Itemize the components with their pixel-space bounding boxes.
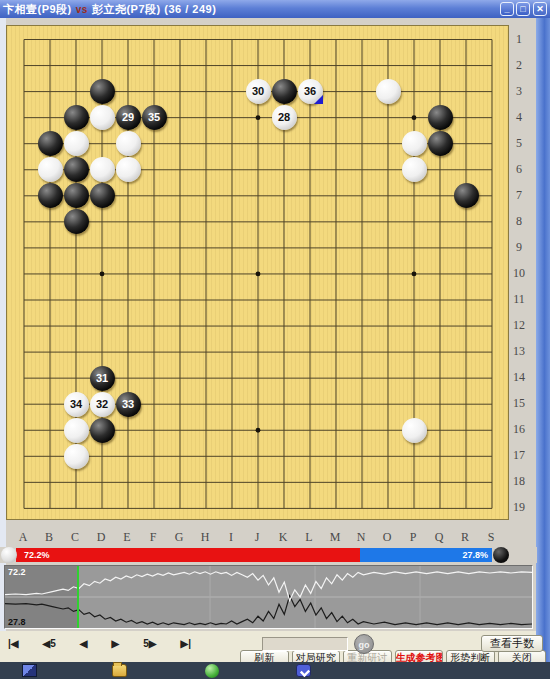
column-label-D: D bbox=[92, 530, 110, 545]
nav-back5-button[interactable]: ◀5 bbox=[43, 637, 56, 651]
row-label-11: 11 bbox=[510, 292, 528, 307]
column-label-N: N bbox=[352, 530, 370, 545]
row-label-7: 7 bbox=[510, 188, 528, 203]
column-label-L: L bbox=[300, 530, 318, 545]
stone-black-K3 bbox=[272, 79, 297, 104]
graph-white-label: 72.2 bbox=[8, 567, 26, 577]
winrate-bar: 72.2% 27.8% bbox=[0, 547, 537, 563]
column-label-G: G bbox=[170, 530, 188, 545]
folder-icon[interactable] bbox=[112, 664, 127, 677]
green-orb-icon[interactable] bbox=[205, 664, 219, 678]
row-label-5: 5 bbox=[510, 136, 528, 151]
row-label-9: 9 bbox=[510, 240, 528, 255]
column-label-M: M bbox=[326, 530, 344, 545]
stone-black-F4: 35 bbox=[142, 105, 167, 130]
stone-black-C4 bbox=[64, 105, 89, 130]
row-label-13: 13 bbox=[510, 344, 528, 359]
go-button[interactable]: go bbox=[354, 634, 374, 654]
white-stone-icon bbox=[1, 547, 17, 563]
column-label-P: P bbox=[404, 530, 422, 545]
nav-back-button[interactable]: ◀ bbox=[80, 637, 88, 651]
application-window: 卞相壹(P9段)vs彭立尧(P7段) (36 / 249) _ □ ✕ 3036… bbox=[0, 0, 550, 679]
stone-white-C17 bbox=[64, 444, 89, 469]
stone-black-D16 bbox=[90, 418, 115, 443]
stone-white-E5 bbox=[116, 131, 141, 156]
close-icon[interactable]: ✕ bbox=[533, 2, 547, 16]
stone-white-C5 bbox=[64, 131, 89, 156]
stone-black-Q4 bbox=[428, 105, 453, 130]
row-label-10: 10 bbox=[510, 266, 528, 281]
stone-white-B6 bbox=[38, 157, 63, 182]
stone-white-C15: 34 bbox=[64, 392, 89, 417]
stone-black-C6 bbox=[64, 157, 89, 182]
stone-white-K4: 28 bbox=[272, 105, 297, 130]
window-right-border bbox=[536, 18, 550, 662]
row-label-1: 1 bbox=[510, 32, 528, 47]
stone-black-D14: 31 bbox=[90, 366, 115, 391]
column-label-E: E bbox=[118, 530, 136, 545]
row-label-19: 19 bbox=[510, 500, 528, 515]
stone-black-D3 bbox=[90, 79, 115, 104]
column-label-F: F bbox=[144, 530, 162, 545]
row-label-8: 8 bbox=[510, 214, 528, 229]
graph-black-label: 27.8 bbox=[8, 617, 26, 627]
column-label-S: S bbox=[482, 530, 500, 545]
row-label-15: 15 bbox=[510, 396, 528, 411]
row-label-3: 3 bbox=[510, 84, 528, 99]
maximize-button[interactable]: □ bbox=[516, 2, 530, 16]
nav-last-button[interactable]: ▶| bbox=[180, 637, 191, 651]
stone-black-B7 bbox=[38, 183, 63, 208]
column-label-I: I bbox=[222, 530, 240, 545]
nav-first-button[interactable]: |◀ bbox=[8, 637, 19, 651]
stone-black-C8 bbox=[64, 209, 89, 234]
stone-black-R7 bbox=[454, 183, 479, 208]
column-label-C: C bbox=[66, 530, 84, 545]
winrate-graph[interactable]: 72.2 27.8 bbox=[4, 565, 533, 629]
stone-black-Q5 bbox=[428, 131, 453, 156]
view-moves-button[interactable]: 查看手数 bbox=[481, 635, 543, 652]
app-window-icon[interactable] bbox=[22, 664, 37, 677]
graph-lines bbox=[5, 566, 532, 628]
nav-forward5-button[interactable]: 5▶ bbox=[143, 637, 156, 651]
stone-white-E6 bbox=[116, 157, 141, 182]
black-stone-icon bbox=[493, 547, 509, 563]
current-move-marker bbox=[77, 566, 79, 628]
column-label-O: O bbox=[378, 530, 396, 545]
stone-white-D6 bbox=[90, 157, 115, 182]
row-label-17: 17 bbox=[510, 448, 528, 463]
go-board[interactable]: 303629352831343233 bbox=[6, 25, 509, 520]
stone-black-C7 bbox=[64, 183, 89, 208]
column-label-H: H bbox=[196, 530, 214, 545]
row-label-2: 2 bbox=[510, 58, 528, 73]
column-label-K: K bbox=[274, 530, 292, 545]
stone-white-J3: 30 bbox=[246, 79, 271, 104]
vs-label: vs bbox=[76, 4, 88, 15]
column-label-J: J bbox=[248, 530, 266, 545]
stone-black-E4: 29 bbox=[116, 105, 141, 130]
white-winrate-bar: 72.2% bbox=[16, 548, 360, 562]
stone-white-D4 bbox=[90, 105, 115, 130]
white-winrate-value: 72.2% bbox=[24, 550, 50, 560]
stone-black-D7 bbox=[90, 183, 115, 208]
row-label-4: 4 bbox=[510, 110, 528, 125]
row-label-12: 12 bbox=[510, 318, 528, 333]
column-label-B: B bbox=[40, 530, 58, 545]
stone-white-C16 bbox=[64, 418, 89, 443]
last-move-marker bbox=[314, 95, 323, 104]
winrate-rail: 72.2% 27.8% bbox=[16, 548, 492, 562]
minimize-button[interactable]: _ bbox=[500, 2, 514, 16]
stone-white-P5 bbox=[402, 131, 427, 156]
stone-black-B5 bbox=[38, 131, 63, 156]
row-label-18: 18 bbox=[510, 474, 528, 489]
column-label-A: A bbox=[14, 530, 32, 545]
column-label-R: R bbox=[456, 530, 474, 545]
row-label-6: 6 bbox=[510, 162, 528, 177]
stone-white-D15: 32 bbox=[90, 392, 115, 417]
column-label-Q: Q bbox=[430, 530, 448, 545]
black-winrate-bar: 27.8% bbox=[360, 548, 492, 562]
stone-white-P16 bbox=[402, 418, 427, 443]
title-bar: 卞相壹(P9段)vs彭立尧(P7段) (36 / 249) _ □ ✕ bbox=[0, 0, 550, 18]
stone-white-O3 bbox=[376, 79, 401, 104]
stone-white-P6 bbox=[402, 157, 427, 182]
black-winrate-value: 27.8% bbox=[462, 550, 488, 560]
nav-forward-button[interactable]: ▶ bbox=[111, 637, 119, 651]
v-app-icon[interactable] bbox=[296, 664, 311, 677]
stone-black-E15: 33 bbox=[116, 392, 141, 417]
move-number-input[interactable] bbox=[262, 637, 348, 651]
taskbar bbox=[0, 662, 550, 679]
row-label-16: 16 bbox=[510, 422, 528, 437]
row-label-14: 14 bbox=[510, 370, 528, 385]
navigation-bar: |◀◀5◀▶5▶▶| bbox=[8, 637, 191, 651]
window-title: 卞相壹(P9段)vs彭立尧(P7段) (36 / 249) bbox=[3, 2, 216, 17]
